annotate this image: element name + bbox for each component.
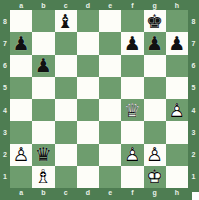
file-labels-top: abcdefgh: [10, 0, 188, 10]
square-c6[interactable]: [55, 55, 77, 77]
square-e7[interactable]: [99, 32, 121, 54]
square-h8[interactable]: [166, 10, 188, 32]
rank-label-5: 5: [188, 77, 199, 99]
rank-label-6: 6: [188, 55, 199, 77]
square-c8[interactable]: ♝: [55, 10, 77, 32]
white-pawn-outline: ♙: [10, 144, 32, 166]
rank-label-3: 3: [0, 121, 10, 143]
square-g2[interactable]: ♟♙: [144, 144, 166, 166]
square-d1[interactable]: [77, 166, 99, 188]
white-pawn[interactable]: ♟: [144, 144, 166, 166]
square-h3[interactable]: [166, 121, 188, 143]
file-label-d: d: [77, 188, 99, 200]
rank-label-7: 7: [0, 32, 10, 54]
file-label-c: c: [55, 188, 77, 200]
square-c5[interactable]: [55, 77, 77, 99]
square-d7[interactable]: [77, 32, 99, 54]
rank-label-6: 6: [0, 55, 10, 77]
white-pawn[interactable]: ♟: [166, 99, 188, 121]
square-h2[interactable]: [166, 144, 188, 166]
square-h7[interactable]: ♟: [166, 32, 188, 54]
square-e6[interactable]: [99, 55, 121, 77]
black-bishop[interactable]: ♝: [55, 10, 77, 32]
white-pawn[interactable]: ♟: [10, 144, 32, 166]
rank-label-1: 1: [188, 166, 199, 188]
rank-label-8: 8: [188, 10, 199, 32]
square-g1[interactable]: ♚♔: [144, 166, 166, 188]
rank-label-2: 2: [188, 144, 199, 166]
square-f4[interactable]: ♛♕: [121, 99, 143, 121]
square-h5[interactable]: [166, 77, 188, 99]
square-e5[interactable]: [99, 77, 121, 99]
square-d8[interactable]: [77, 10, 99, 32]
file-label-f: f: [121, 0, 143, 10]
square-b3[interactable]: [32, 121, 54, 143]
white-pawn-outline: ♙: [166, 99, 188, 121]
white-king[interactable]: ♚: [144, 166, 166, 188]
rank-label-5: 5: [0, 77, 10, 99]
black-pawn[interactable]: ♟: [144, 32, 166, 54]
square-f8[interactable]: [121, 10, 143, 32]
square-a5[interactable]: [10, 77, 32, 99]
file-label-h: h: [166, 188, 188, 200]
rank-labels-left: 87654321: [0, 10, 10, 188]
square-f7[interactable]: ♟: [121, 32, 143, 54]
white-pawn[interactable]: ♟: [121, 144, 143, 166]
square-g5[interactable]: [144, 77, 166, 99]
square-d3[interactable]: [77, 121, 99, 143]
square-c2[interactable]: [55, 144, 77, 166]
white-king-outline: ♔: [144, 166, 166, 188]
square-a2[interactable]: ♟♙: [10, 144, 32, 166]
file-label-e: e: [99, 188, 121, 200]
white-bishop[interactable]: ♝: [32, 166, 54, 188]
square-a8[interactable]: [10, 10, 32, 32]
square-b2[interactable]: ♛: [32, 144, 54, 166]
file-labels-bottom: abcdefgh: [10, 188, 188, 200]
square-h1[interactable]: [166, 166, 188, 188]
square-a4[interactable]: [10, 99, 32, 121]
square-a3[interactable]: [10, 121, 32, 143]
rank-labels-right: 87654321: [188, 10, 199, 188]
file-label-c: c: [55, 0, 77, 10]
square-g3[interactable]: [144, 121, 166, 143]
square-b5[interactable]: [32, 77, 54, 99]
corner-mark: [192, 192, 199, 200]
black-queen[interactable]: ♛: [32, 144, 54, 166]
square-c4[interactable]: [55, 99, 77, 121]
square-b7[interactable]: [32, 32, 54, 54]
file-label-g: g: [144, 0, 166, 10]
square-f1[interactable]: [121, 166, 143, 188]
black-pawn[interactable]: ♟: [32, 55, 54, 77]
square-h6[interactable]: [166, 55, 188, 77]
rank-label-2: 2: [0, 144, 10, 166]
rank-label-8: 8: [0, 10, 10, 32]
square-b1[interactable]: ♝♗: [32, 166, 54, 188]
rank-label-3: 3: [188, 121, 199, 143]
square-g6[interactable]: [144, 55, 166, 77]
square-f3[interactable]: [121, 121, 143, 143]
file-label-g: g: [144, 188, 166, 200]
square-d5[interactable]: [77, 77, 99, 99]
square-e4[interactable]: [99, 99, 121, 121]
square-c3[interactable]: [55, 121, 77, 143]
chess-board: ♝♚♟♟♟♟♟♛♕♟♙♟♙♛♟♙♟♙♝♗♚♔: [10, 10, 188, 188]
rank-label-4: 4: [0, 99, 10, 121]
rank-label-1: 1: [0, 166, 10, 188]
file-label-b: b: [32, 188, 54, 200]
square-e2[interactable]: [99, 144, 121, 166]
file-label-b: b: [32, 0, 54, 10]
square-g8[interactable]: ♚: [144, 10, 166, 32]
square-d4[interactable]: [77, 99, 99, 121]
square-d2[interactable]: [77, 144, 99, 166]
square-g7[interactable]: ♟: [144, 32, 166, 54]
file-label-a: a: [10, 0, 32, 10]
square-e3[interactable]: [99, 121, 121, 143]
white-bishop-outline: ♗: [32, 166, 54, 188]
file-label-e: e: [99, 0, 121, 10]
square-b6[interactable]: ♟: [32, 55, 54, 77]
square-c7[interactable]: [55, 32, 77, 54]
rank-label-7: 7: [188, 32, 199, 54]
square-h4[interactable]: ♟♙: [166, 99, 188, 121]
white-pawn-outline: ♙: [121, 144, 143, 166]
white-queen[interactable]: ♛: [121, 99, 143, 121]
file-label-a: a: [10, 188, 32, 200]
file-label-f: f: [121, 188, 143, 200]
square-a6[interactable]: [10, 55, 32, 77]
square-b4[interactable]: [32, 99, 54, 121]
rank-label-4: 4: [188, 99, 199, 121]
black-king[interactable]: ♚: [144, 10, 166, 32]
white-queen-outline: ♕: [121, 99, 143, 121]
square-f2[interactable]: ♟♙: [121, 144, 143, 166]
black-pawn[interactable]: ♟: [121, 32, 143, 54]
white-pawn-outline: ♙: [144, 144, 166, 166]
square-a1[interactable]: [10, 166, 32, 188]
square-f6[interactable]: [121, 55, 143, 77]
square-e1[interactable]: [99, 166, 121, 188]
file-label-h: h: [166, 0, 188, 10]
square-f5[interactable]: [121, 77, 143, 99]
square-b8[interactable]: [32, 10, 54, 32]
square-a7[interactable]: ♟: [10, 32, 32, 54]
square-g4[interactable]: [144, 99, 166, 121]
square-d6[interactable]: [77, 55, 99, 77]
black-pawn[interactable]: ♟: [10, 32, 32, 54]
square-c1[interactable]: [55, 166, 77, 188]
square-e8[interactable]: [99, 10, 121, 32]
board-frame: abcdefgh abcdefgh 87654321 87654321 ♝♚♟♟…: [0, 0, 199, 200]
black-pawn[interactable]: ♟: [166, 32, 188, 54]
file-label-d: d: [77, 0, 99, 10]
